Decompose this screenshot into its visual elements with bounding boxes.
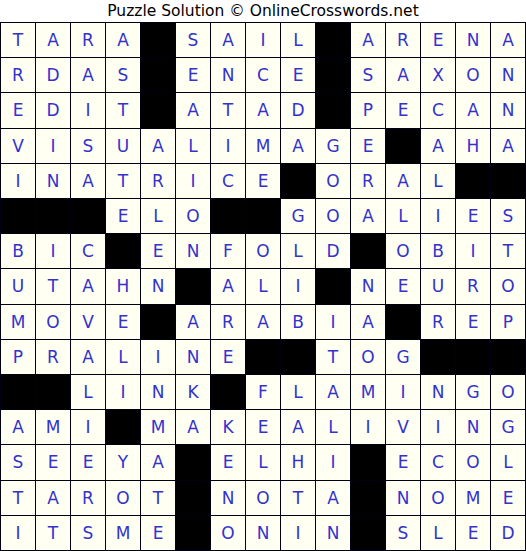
letter-cell-r13c10: I <box>316 445 350 479</box>
letter-cell-r3c1: E <box>1 93 35 127</box>
letter-cell-r1c9: L <box>281 23 315 57</box>
letter-cell-r2c13: X <box>421 58 455 92</box>
letter-cell-r15c2: T <box>36 516 70 550</box>
letter-cell-r9c11: A <box>351 305 385 339</box>
letter-cell-r7c9: L <box>281 234 315 268</box>
letter-cell-r7c1: B <box>1 234 35 268</box>
letter-cell-r1c1: T <box>1 23 35 57</box>
letter-cell-r8c2: T <box>36 269 70 303</box>
block-cell-r14c11 <box>351 481 385 515</box>
letter-cell-r14c14: M <box>456 481 490 515</box>
block-cell-r4c12 <box>386 129 420 163</box>
letter-cell-r11c4: I <box>106 375 140 409</box>
letter-cell-r12c10: L <box>316 410 350 444</box>
letter-cell-r15c13: L <box>421 516 455 550</box>
puzzle-solution-page: Puzzle Solution © OnlineCrosswords.net T… <box>0 0 526 551</box>
letter-cell-r13c5: A <box>141 445 175 479</box>
letter-cell-r13c8: L <box>246 445 280 479</box>
letter-cell-r10c11: O <box>351 340 385 374</box>
letter-cell-r2c12: A <box>386 58 420 92</box>
letter-cell-r14c15: E <box>491 481 525 515</box>
letter-cell-r13c2: E <box>36 445 70 479</box>
letter-cell-r6c13: I <box>421 199 455 233</box>
block-cell-r2c5 <box>141 58 175 92</box>
letter-cell-r5c11: R <box>351 164 385 198</box>
letter-cell-r10c1: P <box>1 340 35 374</box>
letter-cell-r8c8: L <box>246 269 280 303</box>
letter-cell-r11c9: L <box>281 375 315 409</box>
letter-cell-r12c8: E <box>246 410 280 444</box>
letter-cell-r7c7: F <box>211 234 245 268</box>
letter-cell-r5c1: I <box>1 164 35 198</box>
letter-cell-r8c13: U <box>421 269 455 303</box>
letter-cell-r9c6: A <box>176 305 210 339</box>
letter-cell-r14c3: R <box>71 481 105 515</box>
block-cell-r15c11 <box>351 516 385 550</box>
block-cell-r11c2 <box>36 375 70 409</box>
block-cell-r10c8 <box>246 340 280 374</box>
letter-cell-r3c9: D <box>281 93 315 127</box>
letter-cell-r8c9: I <box>281 269 315 303</box>
letter-cell-r11c5: N <box>141 375 175 409</box>
block-cell-r6c1 <box>1 199 35 233</box>
letter-cell-r12c15: G <box>491 410 525 444</box>
letter-cell-r15c5: E <box>141 516 175 550</box>
block-cell-r5c9 <box>281 164 315 198</box>
block-cell-r11c1 <box>1 375 35 409</box>
letter-cell-r6c10: O <box>316 199 350 233</box>
letter-cell-r3c2: D <box>36 93 70 127</box>
letter-cell-r12c9: A <box>281 410 315 444</box>
block-cell-r10c14 <box>456 340 490 374</box>
letter-cell-r13c9: H <box>281 445 315 479</box>
letter-cell-r9c4: E <box>106 305 140 339</box>
letter-cell-r10c6: N <box>176 340 210 374</box>
letter-cell-r7c10: D <box>316 234 350 268</box>
letter-cell-r2c3: A <box>71 58 105 92</box>
letter-cell-r14c7: N <box>211 481 245 515</box>
letter-cell-r9c8: A <box>246 305 280 339</box>
letter-cell-r2c15: N <box>491 58 525 92</box>
letter-cell-r15c8: N <box>246 516 280 550</box>
letter-cell-r13c1: S <box>1 445 35 479</box>
letter-cell-r3c6: A <box>176 93 210 127</box>
letter-cell-r12c12: V <box>386 410 420 444</box>
block-cell-r8c6 <box>176 269 210 303</box>
block-cell-r10c9 <box>281 340 315 374</box>
letter-cell-r8c7: A <box>211 269 245 303</box>
letter-cell-r8c5: N <box>141 269 175 303</box>
letter-cell-r11c8: F <box>246 375 280 409</box>
letter-cell-r7c2: I <box>36 234 70 268</box>
letter-cell-r3c12: E <box>386 93 420 127</box>
letter-cell-r13c7: E <box>211 445 245 479</box>
letter-cell-r14c1: T <box>1 481 35 515</box>
letter-cell-r12c2: M <box>36 410 70 444</box>
letter-cell-r7c8: O <box>246 234 280 268</box>
block-cell-r1c5 <box>141 23 175 57</box>
letter-cell-r15c14: E <box>456 516 490 550</box>
letter-cell-r1c4: A <box>106 23 140 57</box>
letter-cell-r10c5: I <box>141 340 175 374</box>
letter-cell-r10c7: E <box>211 340 245 374</box>
letter-cell-r15c3: S <box>71 516 105 550</box>
letter-cell-r2c1: R <box>1 58 35 92</box>
block-cell-r5c14 <box>456 164 490 198</box>
letter-cell-r7c15: T <box>491 234 525 268</box>
letter-cell-r8c15: O <box>491 269 525 303</box>
letter-cell-r13c3: E <box>71 445 105 479</box>
letter-cell-r5c6: I <box>176 164 210 198</box>
letter-cell-r14c4: O <box>106 481 140 515</box>
block-cell-r11c7 <box>211 375 245 409</box>
letter-cell-r4c11: E <box>351 129 385 163</box>
letter-cell-r14c13: O <box>421 481 455 515</box>
letter-cell-r11c12: I <box>386 375 420 409</box>
block-cell-r3c5 <box>141 93 175 127</box>
letter-cell-r14c8: O <box>246 481 280 515</box>
letter-cell-r2c4: S <box>106 58 140 92</box>
letter-cell-r3c4: T <box>106 93 140 127</box>
letter-cell-r15c4: M <box>106 516 140 550</box>
letter-cell-r12c5: M <box>141 410 175 444</box>
block-cell-r13c11 <box>351 445 385 479</box>
letter-cell-r4c4: U <box>106 129 140 163</box>
letter-cell-r8c3: A <box>71 269 105 303</box>
letter-cell-r5c12: A <box>386 164 420 198</box>
letter-cell-r5c4: T <box>106 164 140 198</box>
letter-cell-r9c7: R <box>211 305 245 339</box>
letter-cell-r1c13: E <box>421 23 455 57</box>
letter-cell-r4c9: A <box>281 129 315 163</box>
letter-cell-r6c4: E <box>106 199 140 233</box>
letter-cell-r5c13: L <box>421 164 455 198</box>
letter-cell-r7c12: O <box>386 234 420 268</box>
letter-cell-r14c10: A <box>316 481 350 515</box>
letter-cell-r1c3: R <box>71 23 105 57</box>
letter-cell-r11c3: L <box>71 375 105 409</box>
letter-cell-r10c4: L <box>106 340 140 374</box>
letter-cell-r6c12: L <box>386 199 420 233</box>
block-cell-r3c10 <box>316 93 350 127</box>
letter-cell-r15c1: I <box>1 516 35 550</box>
letter-cell-r2c2: D <box>36 58 70 92</box>
letter-cell-r5c7: C <box>211 164 245 198</box>
letter-cell-r9c13: R <box>421 305 455 339</box>
letter-cell-r2c7: N <box>211 58 245 92</box>
letter-cell-r2c9: E <box>281 58 315 92</box>
block-cell-r6c3 <box>71 199 105 233</box>
letter-cell-r15c15: D <box>491 516 525 550</box>
letter-cell-r6c6: O <box>176 199 210 233</box>
block-cell-r5c15 <box>491 164 525 198</box>
letter-cell-r11c11: M <box>351 375 385 409</box>
letter-cell-r3c3: I <box>71 93 105 127</box>
letter-cell-r13c15: L <box>491 445 525 479</box>
letter-cell-r4c6: L <box>176 129 210 163</box>
letter-cell-r6c5: L <box>141 199 175 233</box>
letter-cell-r2c6: E <box>176 58 210 92</box>
letter-cell-r9c2: O <box>36 305 70 339</box>
letter-cell-r8c12: E <box>386 269 420 303</box>
block-cell-r12c4 <box>106 410 140 444</box>
letter-cell-r14c9: T <box>281 481 315 515</box>
letter-cell-r4c3: S <box>71 129 105 163</box>
letter-cell-r7c14: I <box>456 234 490 268</box>
letter-cell-r3c13: C <box>421 93 455 127</box>
letter-cell-r4c14: H <box>456 129 490 163</box>
letter-cell-r13c4: Y <box>106 445 140 479</box>
block-cell-r14c6 <box>176 481 210 515</box>
block-cell-r13c6 <box>176 445 210 479</box>
block-cell-r6c7 <box>211 199 245 233</box>
block-cell-r6c8 <box>246 199 280 233</box>
block-cell-r15c6 <box>176 516 210 550</box>
letter-cell-r1c12: R <box>386 23 420 57</box>
letter-cell-r3c7: T <box>211 93 245 127</box>
letter-cell-r15c10: N <box>316 516 350 550</box>
letter-cell-r10c3: A <box>71 340 105 374</box>
letter-cell-r15c12: S <box>386 516 420 550</box>
letter-cell-r7c5: E <box>141 234 175 268</box>
letter-cell-r6c11: A <box>351 199 385 233</box>
letter-cell-r2c14: O <box>456 58 490 92</box>
block-cell-r7c11 <box>351 234 385 268</box>
letter-cell-r14c2: A <box>36 481 70 515</box>
letter-cell-r8c4: H <box>106 269 140 303</box>
letter-cell-r9c14: E <box>456 305 490 339</box>
letter-cell-r5c3: A <box>71 164 105 198</box>
letter-cell-r4c7: I <box>211 129 245 163</box>
letter-cell-r4c8: M <box>246 129 280 163</box>
letter-cell-r7c3: C <box>71 234 105 268</box>
letter-cell-r6c14: E <box>456 199 490 233</box>
letter-cell-r1c2: A <box>36 23 70 57</box>
letter-cell-r14c12: N <box>386 481 420 515</box>
letter-cell-r4c5: A <box>141 129 175 163</box>
letter-cell-r5c8: E <box>246 164 280 198</box>
letter-cell-r13c13: C <box>421 445 455 479</box>
letter-cell-r3c14: A <box>456 93 490 127</box>
letter-cell-r1c11: A <box>351 23 385 57</box>
letter-cell-r12c6: A <box>176 410 210 444</box>
letter-cell-r11c13: N <box>421 375 455 409</box>
letter-cell-r13c12: E <box>386 445 420 479</box>
letter-cell-r9c1: M <box>1 305 35 339</box>
letter-cell-r5c5: R <box>141 164 175 198</box>
letter-cell-r6c9: G <box>281 199 315 233</box>
letter-cell-r1c8: I <box>246 23 280 57</box>
block-cell-r8c10 <box>316 269 350 303</box>
letter-cell-r11c6: K <box>176 375 210 409</box>
letter-cell-r9c10: I <box>316 305 350 339</box>
block-cell-r10c13 <box>421 340 455 374</box>
letter-cell-r15c7: O <box>211 516 245 550</box>
block-cell-r10c15 <box>491 340 525 374</box>
block-cell-r1c10 <box>316 23 350 57</box>
crossword-grid: TARASAILARENARDASENCESAXONEDITATADPECANV… <box>0 22 526 551</box>
letter-cell-r12c14: N <box>456 410 490 444</box>
letter-cell-r3c15: N <box>491 93 525 127</box>
letter-cell-r1c7: A <box>211 23 245 57</box>
letter-cell-r4c10: G <box>316 129 350 163</box>
letter-cell-r11c14: G <box>456 375 490 409</box>
letter-cell-r12c3: I <box>71 410 105 444</box>
letter-cell-r2c11: S <box>351 58 385 92</box>
letter-cell-r6c15: S <box>491 199 525 233</box>
letter-cell-r11c10: A <box>316 375 350 409</box>
block-cell-r9c5 <box>141 305 175 339</box>
letter-cell-r10c2: R <box>36 340 70 374</box>
letter-cell-r8c11: N <box>351 269 385 303</box>
letter-cell-r7c6: N <box>176 234 210 268</box>
letter-cell-r11c15: O <box>491 375 525 409</box>
letter-cell-r4c2: I <box>36 129 70 163</box>
letter-cell-r7c13: B <box>421 234 455 268</box>
letter-cell-r9c9: B <box>281 305 315 339</box>
letter-cell-r5c2: N <box>36 164 70 198</box>
block-cell-r7c4 <box>106 234 140 268</box>
letter-cell-r12c1: A <box>1 410 35 444</box>
letter-cell-r12c11: I <box>351 410 385 444</box>
letter-cell-r4c13: A <box>421 129 455 163</box>
letter-cell-r1c14: N <box>456 23 490 57</box>
letter-cell-r2c8: C <box>246 58 280 92</box>
letter-cell-r9c15: P <box>491 305 525 339</box>
letter-cell-r14c5: T <box>141 481 175 515</box>
page-title: Puzzle Solution © OnlineCrosswords.net <box>0 0 526 22</box>
letter-cell-r5c10: O <box>316 164 350 198</box>
letter-cell-r12c13: I <box>421 410 455 444</box>
letter-cell-r3c11: P <box>351 93 385 127</box>
letter-cell-r3c8: A <box>246 93 280 127</box>
block-cell-r9c12 <box>386 305 420 339</box>
letter-cell-r8c1: U <box>1 269 35 303</box>
letter-cell-r10c12: G <box>386 340 420 374</box>
letter-cell-r8c14: R <box>456 269 490 303</box>
letter-cell-r1c15: A <box>491 23 525 57</box>
letter-cell-r13c14: O <box>456 445 490 479</box>
letter-cell-r4c15: A <box>491 129 525 163</box>
letter-cell-r10c10: T <box>316 340 350 374</box>
letter-cell-r15c9: I <box>281 516 315 550</box>
letter-cell-r1c6: S <box>176 23 210 57</box>
block-cell-r6c2 <box>36 199 70 233</box>
letter-cell-r12c7: K <box>211 410 245 444</box>
letter-cell-r4c1: V <box>1 129 35 163</box>
letter-cell-r9c3: V <box>71 305 105 339</box>
block-cell-r2c10 <box>316 58 350 92</box>
